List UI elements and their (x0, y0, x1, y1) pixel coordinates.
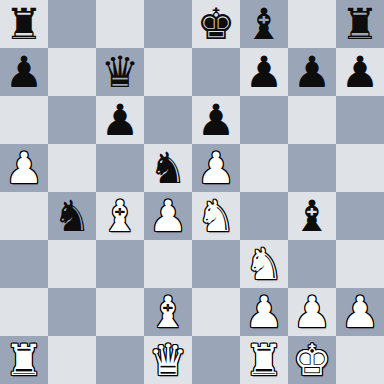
square-h1[interactable] (336, 336, 384, 384)
white-knight[interactable]: ♞ (245, 240, 284, 288)
square-f6[interactable] (240, 96, 288, 144)
white-rook[interactable]: ♜ (5, 336, 44, 384)
square-a7[interactable]: ♟ (0, 48, 48, 96)
square-b3[interactable] (48, 240, 96, 288)
square-e5[interactable]: ♟ (192, 144, 240, 192)
square-c6[interactable]: ♟ (96, 96, 144, 144)
square-b7[interactable] (48, 48, 96, 96)
square-e4[interactable]: ♞ (192, 192, 240, 240)
square-a2[interactable] (0, 288, 48, 336)
white-knight[interactable]: ♞ (197, 192, 236, 240)
square-b8[interactable] (48, 0, 96, 48)
square-f8[interactable]: ♝ (240, 0, 288, 48)
black-king[interactable]: ♚ (197, 0, 236, 48)
square-f1[interactable]: ♜ (240, 336, 288, 384)
black-queen[interactable]: ♛ (101, 48, 140, 96)
square-g7[interactable]: ♟ (288, 48, 336, 96)
white-king[interactable]: ♚ (293, 336, 332, 384)
black-pawn[interactable]: ♟ (101, 96, 140, 144)
square-e8[interactable]: ♚ (192, 0, 240, 48)
square-g4[interactable]: ♝ (288, 192, 336, 240)
square-f4[interactable] (240, 192, 288, 240)
white-pawn[interactable]: ♟ (293, 288, 332, 336)
square-c1[interactable] (96, 336, 144, 384)
black-rook[interactable]: ♜ (5, 0, 44, 48)
square-h8[interactable]: ♜ (336, 0, 384, 48)
square-c2[interactable] (96, 288, 144, 336)
black-pawn[interactable]: ♟ (293, 48, 332, 96)
square-c3[interactable] (96, 240, 144, 288)
square-h6[interactable] (336, 96, 384, 144)
square-h4[interactable] (336, 192, 384, 240)
square-e6[interactable]: ♟ (192, 96, 240, 144)
white-bishop[interactable]: ♝ (149, 288, 188, 336)
square-d8[interactable] (144, 0, 192, 48)
square-a4[interactable] (0, 192, 48, 240)
square-b6[interactable] (48, 96, 96, 144)
white-pawn[interactable]: ♟ (149, 192, 188, 240)
white-queen[interactable]: ♛ (149, 336, 188, 384)
square-h3[interactable] (336, 240, 384, 288)
black-rook[interactable]: ♜ (341, 0, 380, 48)
white-pawn[interactable]: ♟ (197, 144, 236, 192)
square-b1[interactable] (48, 336, 96, 384)
black-pawn[interactable]: ♟ (5, 48, 44, 96)
square-e7[interactable] (192, 48, 240, 96)
square-c5[interactable] (96, 144, 144, 192)
square-a1[interactable]: ♜ (0, 336, 48, 384)
chess-board: ♜♚♝♜♟♛♟♟♟♟♟♟♞♟♞♝♟♞♝♞♝♟♟♟♜♛♜♚ (0, 0, 384, 384)
black-pawn[interactable]: ♟ (245, 48, 284, 96)
black-knight[interactable]: ♞ (53, 192, 92, 240)
square-d2[interactable]: ♝ (144, 288, 192, 336)
square-b2[interactable] (48, 288, 96, 336)
square-e2[interactable] (192, 288, 240, 336)
black-bishop[interactable]: ♝ (293, 192, 332, 240)
white-pawn[interactable]: ♟ (341, 288, 380, 336)
square-h5[interactable] (336, 144, 384, 192)
square-h2[interactable]: ♟ (336, 288, 384, 336)
white-pawn[interactable]: ♟ (245, 288, 284, 336)
square-f5[interactable] (240, 144, 288, 192)
black-pawn[interactable]: ♟ (341, 48, 380, 96)
square-d5[interactable]: ♞ (144, 144, 192, 192)
black-bishop[interactable]: ♝ (245, 0, 284, 48)
black-knight[interactable]: ♞ (149, 144, 188, 192)
square-c8[interactable] (96, 0, 144, 48)
white-rook[interactable]: ♜ (245, 336, 284, 384)
square-f7[interactable]: ♟ (240, 48, 288, 96)
square-d1[interactable]: ♛ (144, 336, 192, 384)
square-g6[interactable] (288, 96, 336, 144)
square-c4[interactable]: ♝ (96, 192, 144, 240)
square-c7[interactable]: ♛ (96, 48, 144, 96)
square-g5[interactable] (288, 144, 336, 192)
square-g8[interactable] (288, 0, 336, 48)
square-d6[interactable] (144, 96, 192, 144)
white-pawn[interactable]: ♟ (5, 144, 44, 192)
square-d4[interactable]: ♟ (144, 192, 192, 240)
square-b4[interactable]: ♞ (48, 192, 96, 240)
square-g3[interactable] (288, 240, 336, 288)
square-d7[interactable] (144, 48, 192, 96)
square-e1[interactable] (192, 336, 240, 384)
square-a8[interactable]: ♜ (0, 0, 48, 48)
square-h7[interactable]: ♟ (336, 48, 384, 96)
square-b5[interactable] (48, 144, 96, 192)
white-bishop[interactable]: ♝ (101, 192, 140, 240)
square-e3[interactable] (192, 240, 240, 288)
square-a5[interactable]: ♟ (0, 144, 48, 192)
black-pawn[interactable]: ♟ (197, 96, 236, 144)
square-g2[interactable]: ♟ (288, 288, 336, 336)
square-d3[interactable] (144, 240, 192, 288)
square-a3[interactable] (0, 240, 48, 288)
square-a6[interactable] (0, 96, 48, 144)
square-g1[interactable]: ♚ (288, 336, 336, 384)
square-f3[interactable]: ♞ (240, 240, 288, 288)
square-f2[interactable]: ♟ (240, 288, 288, 336)
